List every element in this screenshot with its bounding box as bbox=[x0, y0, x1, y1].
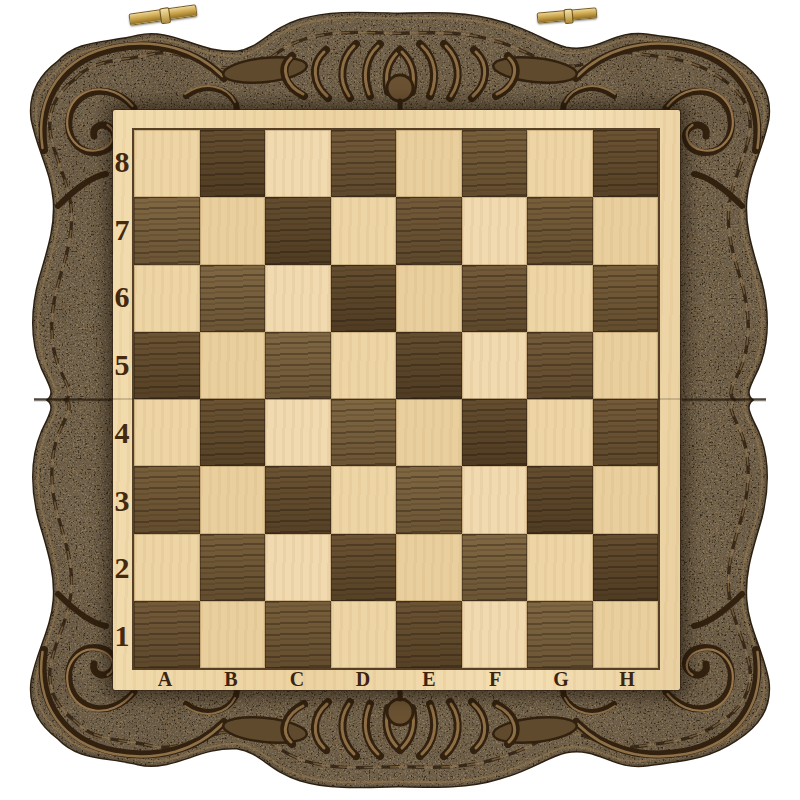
square-e5[interactable] bbox=[396, 332, 462, 399]
square-h2[interactable] bbox=[593, 534, 659, 601]
square-d3[interactable] bbox=[331, 466, 397, 533]
square-c7[interactable] bbox=[265, 197, 331, 264]
square-c8[interactable] bbox=[265, 130, 331, 197]
chess-board: 87654321 ABCDEFGH bbox=[113, 110, 680, 690]
square-h3[interactable] bbox=[593, 466, 659, 533]
square-h8[interactable] bbox=[593, 130, 659, 197]
square-e6[interactable] bbox=[396, 265, 462, 332]
square-g6[interactable] bbox=[527, 265, 593, 332]
square-h6[interactable] bbox=[593, 265, 659, 332]
square-c4[interactable] bbox=[265, 399, 331, 466]
square-h7[interactable] bbox=[593, 197, 659, 264]
square-h1[interactable] bbox=[593, 601, 659, 668]
square-c2[interactable] bbox=[265, 534, 331, 601]
square-f6[interactable] bbox=[462, 265, 528, 332]
square-b5[interactable] bbox=[200, 332, 266, 399]
square-e4[interactable] bbox=[396, 399, 462, 466]
file-label-g: G bbox=[528, 669, 594, 689]
square-c5[interactable] bbox=[265, 332, 331, 399]
file-label-b: B bbox=[198, 669, 264, 689]
square-d1[interactable] bbox=[331, 601, 397, 668]
square-d2[interactable] bbox=[331, 534, 397, 601]
square-f3[interactable] bbox=[462, 466, 528, 533]
carved-chessboard-photo: 87654321 ABCDEFGH bbox=[0, 0, 800, 800]
square-d8[interactable] bbox=[331, 130, 397, 197]
square-e2[interactable] bbox=[396, 534, 462, 601]
rank-label-6: 6 bbox=[112, 264, 132, 332]
square-e7[interactable] bbox=[396, 197, 462, 264]
file-label-c: C bbox=[264, 669, 330, 689]
file-label-h: H bbox=[594, 669, 660, 689]
rank-label-2: 2 bbox=[112, 535, 132, 603]
square-f7[interactable] bbox=[462, 197, 528, 264]
square-b8[interactable] bbox=[200, 130, 266, 197]
square-d7[interactable] bbox=[331, 197, 397, 264]
square-b6[interactable] bbox=[200, 265, 266, 332]
square-a2[interactable] bbox=[134, 534, 200, 601]
rank-label-1: 1 bbox=[112, 602, 132, 670]
square-f8[interactable] bbox=[462, 130, 528, 197]
square-a8[interactable] bbox=[134, 130, 200, 197]
square-b2[interactable] bbox=[200, 534, 266, 601]
file-label-a: A bbox=[132, 669, 198, 689]
square-g3[interactable] bbox=[527, 466, 593, 533]
square-g5[interactable] bbox=[527, 332, 593, 399]
file-labels: ABCDEFGH bbox=[132, 670, 660, 690]
square-d5[interactable] bbox=[331, 332, 397, 399]
square-h5[interactable] bbox=[593, 332, 659, 399]
square-e8[interactable] bbox=[396, 130, 462, 197]
square-c3[interactable] bbox=[265, 466, 331, 533]
rank-label-8: 8 bbox=[112, 128, 132, 196]
file-label-d: D bbox=[330, 669, 396, 689]
square-d6[interactable] bbox=[331, 265, 397, 332]
square-f5[interactable] bbox=[462, 332, 528, 399]
square-a4[interactable] bbox=[134, 399, 200, 466]
square-c6[interactable] bbox=[265, 265, 331, 332]
square-b3[interactable] bbox=[200, 466, 266, 533]
square-e3[interactable] bbox=[396, 466, 462, 533]
file-label-f: F bbox=[462, 669, 528, 689]
square-g2[interactable] bbox=[527, 534, 593, 601]
square-h4[interactable] bbox=[593, 399, 659, 466]
square-d4[interactable] bbox=[331, 399, 397, 466]
rank-label-7: 7 bbox=[112, 196, 132, 264]
square-a3[interactable] bbox=[134, 466, 200, 533]
square-b4[interactable] bbox=[200, 399, 266, 466]
rank-label-3: 3 bbox=[112, 467, 132, 535]
rank-label-4: 4 bbox=[112, 399, 132, 467]
square-g8[interactable] bbox=[527, 130, 593, 197]
file-label-e: E bbox=[396, 669, 462, 689]
fold-seam bbox=[34, 398, 766, 400]
square-b1[interactable] bbox=[200, 601, 266, 668]
square-g7[interactable] bbox=[527, 197, 593, 264]
square-e1[interactable] bbox=[396, 601, 462, 668]
square-f2[interactable] bbox=[462, 534, 528, 601]
rank-label-5: 5 bbox=[112, 331, 132, 399]
square-f1[interactable] bbox=[462, 601, 528, 668]
square-a1[interactable] bbox=[134, 601, 200, 668]
square-a5[interactable] bbox=[134, 332, 200, 399]
square-g4[interactable] bbox=[527, 399, 593, 466]
square-a6[interactable] bbox=[134, 265, 200, 332]
square-b7[interactable] bbox=[200, 197, 266, 264]
square-c1[interactable] bbox=[265, 601, 331, 668]
square-f4[interactable] bbox=[462, 399, 528, 466]
square-g1[interactable] bbox=[527, 601, 593, 668]
square-a7[interactable] bbox=[134, 197, 200, 264]
